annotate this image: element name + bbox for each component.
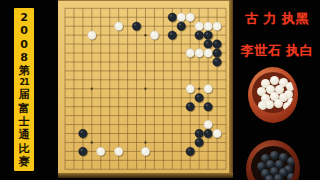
stone-highlight [134, 24, 136, 26]
white-stone [195, 49, 204, 58]
black-stone [213, 49, 222, 58]
star-point [144, 88, 146, 90]
white-stone [270, 76, 279, 85]
stone-highlight [215, 24, 217, 26]
black-stone [213, 58, 222, 67]
white-stone [88, 31, 97, 40]
white-stone-bowl [248, 67, 298, 123]
stone-highlight [215, 41, 217, 43]
black-stone [204, 129, 213, 138]
banner-char: 士 [19, 116, 30, 127]
white-stone [97, 147, 106, 156]
black-stone [195, 138, 204, 147]
stone-highlight [188, 149, 190, 151]
banner-char: 0 [20, 25, 28, 36]
stone-highlight [188, 86, 190, 88]
star-point [91, 88, 93, 90]
white-stone [274, 99, 283, 108]
stone-highlight [206, 41, 208, 43]
white-stone [204, 49, 213, 58]
white-stone [213, 129, 222, 138]
banner-char: 比 [19, 143, 30, 154]
white-stone [204, 85, 213, 94]
black-stone [195, 93, 204, 102]
white-stone [186, 13, 195, 22]
stone-highlight [179, 15, 181, 17]
banner-char: 21 [19, 79, 28, 87]
white-stone [195, 22, 204, 31]
white-stone [177, 13, 186, 22]
stone-highlight [197, 95, 199, 97]
stone-highlight [170, 33, 172, 35]
stone-highlight [197, 50, 199, 52]
black-stone [213, 40, 222, 49]
stone-highlight [152, 33, 154, 35]
black-bowl-stones [251, 146, 295, 180]
stone-highlight [116, 149, 118, 151]
black-player-label: 古 力 执黑 [236, 10, 318, 28]
stone-highlight [206, 131, 208, 133]
stone-highlight [188, 50, 190, 52]
black-stone [186, 147, 195, 156]
stone-highlight [197, 24, 199, 26]
stone-highlight [80, 149, 82, 151]
banner-char: 0 [20, 39, 28, 50]
black-stone [195, 31, 204, 40]
stone-highlight [197, 140, 199, 142]
white-stone [204, 120, 213, 128]
stone-highlight [197, 33, 199, 35]
black-stone [168, 31, 177, 40]
stone-highlight [143, 149, 145, 151]
stone-highlight [197, 131, 199, 133]
stone-highlight [206, 33, 208, 35]
stone-highlight [206, 50, 208, 52]
stone-highlight [80, 131, 82, 133]
black-stone [186, 102, 195, 111]
banner-char: 第 [19, 65, 30, 76]
stone-highlight [170, 15, 172, 17]
banner-char: 通 [19, 129, 30, 140]
white-stone [204, 22, 213, 31]
white-stone [213, 22, 222, 31]
board-grid [58, 0, 233, 180]
black-stone [177, 22, 186, 31]
thumbnail: 2008第21届富士通比赛 古 力 执黑 李世石 执白 [0, 0, 320, 180]
stone-highlight [206, 86, 208, 88]
banner-char: 届 [19, 89, 30, 100]
stone-highlight [215, 50, 217, 52]
star-point [144, 34, 146, 36]
black-stone [204, 40, 213, 49]
white-player-label: 李世石 执白 [236, 42, 318, 60]
black-stone-bowl [246, 140, 300, 180]
stone-highlight [215, 59, 217, 61]
black-stone [265, 175, 274, 180]
white-stone [114, 22, 123, 31]
banner-char: 2 [20, 12, 28, 23]
black-stone [132, 22, 141, 31]
stone-highlight [98, 149, 100, 151]
stone-highlight [206, 24, 208, 26]
black-stone [79, 147, 88, 156]
black-stone [274, 174, 283, 180]
stone-highlight [179, 24, 181, 26]
star-point [144, 141, 146, 143]
white-stone [141, 147, 150, 156]
go-board [58, 0, 233, 180]
stone-highlight [116, 24, 118, 26]
white-bowl-stones [252, 72, 294, 113]
black-stone [204, 102, 213, 111]
black-stone [168, 13, 177, 22]
event-title-banner: 2008第21届富士通比赛 [14, 8, 34, 171]
banner-char: 富 [19, 103, 30, 114]
stone-highlight [215, 131, 217, 133]
black-stone [79, 129, 88, 138]
white-stone [114, 147, 123, 156]
black-stone [204, 31, 213, 40]
white-stone [186, 85, 195, 94]
stone-highlight [89, 33, 91, 35]
stone-highlight [206, 104, 208, 106]
white-stone [150, 31, 159, 40]
stone-highlight [188, 104, 190, 106]
banner-char: 赛 [19, 156, 30, 167]
black-stone [195, 129, 204, 138]
stone-highlight [188, 15, 190, 17]
stone-highlight [206, 122, 208, 124]
star-point [91, 141, 93, 143]
banner-char: 8 [20, 52, 28, 63]
black-stone [270, 151, 279, 160]
white-stone [186, 49, 195, 58]
white-stone [258, 101, 267, 110]
star-point [198, 88, 200, 90]
